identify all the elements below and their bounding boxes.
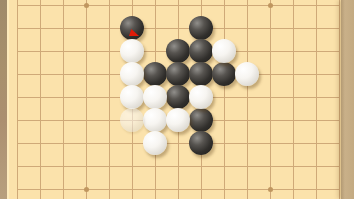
goban-screen [0, 0, 354, 199]
grid-line-horizontal [17, 143, 340, 144]
grid-line-horizontal [17, 189, 340, 190]
board-surface[interactable] [0, 0, 354, 199]
black-stone [212, 62, 236, 86]
grid-line-horizontal [17, 5, 340, 6]
grid-line-vertical [339, 0, 340, 199]
white-stone [120, 85, 144, 109]
grid-line-vertical [109, 0, 110, 199]
grid-line-vertical [86, 0, 87, 199]
grid-line-vertical [316, 0, 317, 199]
grid-line-vertical [63, 0, 64, 199]
black-stone [120, 16, 144, 40]
white-stone [143, 108, 167, 132]
white-stone [120, 39, 144, 63]
last-move-marker [129, 29, 139, 36]
white-stone [143, 85, 167, 109]
grid-line-vertical [247, 0, 248, 199]
black-stone [143, 62, 167, 86]
grid-line-vertical [17, 0, 18, 199]
white-stone [166, 108, 190, 132]
grid-line-vertical [224, 0, 225, 199]
board-left-edge-highlight [7, 0, 9, 199]
grid-line-vertical [293, 0, 294, 199]
white-stone [143, 131, 167, 155]
star-point [84, 187, 89, 192]
grid-line-vertical [40, 0, 41, 199]
grid-line-horizontal [17, 166, 340, 167]
white-stone [235, 62, 259, 86]
star-point [84, 3, 89, 8]
black-stone [166, 85, 190, 109]
table-left-edge [0, 0, 7, 199]
black-stone [189, 39, 213, 63]
grid-line-vertical [270, 0, 271, 199]
black-stone [189, 62, 213, 86]
white-stone [212, 39, 236, 63]
black-stone [189, 16, 213, 40]
white-stone [120, 62, 144, 86]
black-stone [189, 131, 213, 155]
black-stone [189, 108, 213, 132]
star-point [268, 187, 273, 192]
white-stone [189, 85, 213, 109]
black-stone [166, 39, 190, 63]
star-point [268, 3, 273, 8]
table-right-edge [341, 0, 354, 199]
grid-line-horizontal [17, 28, 340, 29]
hover-preview-white-stone[interactable] [120, 108, 144, 132]
black-stone [166, 62, 190, 86]
